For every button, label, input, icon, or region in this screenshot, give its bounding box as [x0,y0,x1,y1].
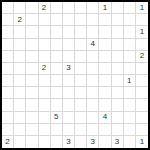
empty-cell-r8c4[interactable] [51,99,63,111]
empty-cell-r8c0[interactable] [2,99,14,111]
empty-cell-r4c9[interactable] [112,51,124,63]
empty-cell-r4c0[interactable] [2,51,14,63]
empty-cell-r9c5[interactable] [63,112,75,124]
clue-cell-r4c11: 2 [136,51,148,63]
empty-cell-r2c0[interactable] [2,26,14,38]
empty-cell-r8c2[interactable] [26,99,38,111]
clue-cell-r2c11: 1 [136,26,148,38]
empty-cell-r3c6[interactable] [75,39,87,51]
empty-cell-r9c9[interactable] [112,112,124,124]
empty-cell-r8c9[interactable] [112,99,124,111]
empty-cell-r6c5[interactable] [63,75,75,87]
empty-cell-r0c5[interactable] [63,2,75,14]
empty-cell-r7c6[interactable] [75,87,87,99]
clue-cell-r3c7: 4 [87,39,99,51]
empty-cell-r7c11[interactable] [136,87,148,99]
empty-cell-r10c8[interactable] [99,124,111,136]
empty-cell-r7c4[interactable] [51,87,63,99]
empty-cell-r0c9[interactable] [112,2,124,14]
clue-cell-r0c11: 1 [136,2,148,14]
empty-cell-r7c3[interactable] [39,87,51,99]
empty-cell-r1c11[interactable] [136,14,148,26]
empty-cell-r9c3[interactable] [39,112,51,124]
empty-cell-r8c5[interactable] [63,99,75,111]
empty-cell-r6c2[interactable] [26,75,38,87]
empty-cell-r0c2[interactable] [26,2,38,14]
empty-cell-r5c0[interactable] [2,63,14,75]
empty-cell-r0c10[interactable] [124,2,136,14]
clue-cell-r11c9: 3 [112,136,124,148]
empty-cell-r5c11[interactable] [136,63,148,75]
empty-cell-r11c2[interactable] [26,136,38,148]
empty-cell-r7c10[interactable] [124,87,136,99]
empty-cell-r1c8[interactable] [99,14,111,26]
empty-cell-r7c7[interactable] [87,87,99,99]
empty-cell-r11c3[interactable] [39,136,51,148]
empty-cell-r7c9[interactable] [112,87,124,99]
empty-cell-r11c8[interactable] [99,136,111,148]
empty-cell-r8c8[interactable] [99,99,111,111]
empty-cell-r4c5[interactable] [63,51,75,63]
clue-cell-r9c8: 4 [99,112,111,124]
empty-cell-r1c7[interactable] [87,14,99,26]
empty-cell-r3c5[interactable] [63,39,75,51]
empty-cell-r10c1[interactable] [14,124,26,136]
empty-cell-r6c9[interactable] [112,75,124,87]
empty-cell-r5c10[interactable] [124,63,136,75]
empty-cell-r11c6[interactable] [75,136,87,148]
clue-cell-r1c1: 2 [14,14,26,26]
empty-cell-r3c0[interactable] [2,39,14,51]
empty-cell-r1c10[interactable] [124,14,136,26]
empty-cell-r6c0[interactable] [2,75,14,87]
empty-cell-r3c8[interactable] [99,39,111,51]
empty-cell-r8c6[interactable] [75,99,87,111]
empty-cell-r7c2[interactable] [26,87,38,99]
empty-cell-r6c4[interactable] [51,75,63,87]
empty-cell-r0c7[interactable] [87,2,99,14]
empty-cell-r4c6[interactable] [75,51,87,63]
empty-cell-r8c1[interactable] [14,99,26,111]
empty-cell-r1c3[interactable] [39,14,51,26]
empty-cell-r0c1[interactable] [14,2,26,14]
empty-cell-r9c2[interactable] [26,112,38,124]
clue-cell-r5c3: 2 [39,63,51,75]
empty-cell-r9c11[interactable] [136,112,148,124]
empty-cell-r2c4[interactable] [51,26,63,38]
empty-cell-r6c11[interactable] [136,75,148,87]
empty-cell-r10c2[interactable] [26,124,38,136]
empty-cell-r9c7[interactable] [87,112,99,124]
empty-cell-r4c2[interactable] [26,51,38,63]
empty-cell-r10c6[interactable] [75,124,87,136]
empty-cell-r5c7[interactable] [87,63,99,75]
empty-cell-r1c0[interactable] [2,14,14,26]
empty-cell-r4c1[interactable] [14,51,26,63]
empty-cell-r1c6[interactable] [75,14,87,26]
empty-cell-r3c3[interactable] [39,39,51,51]
puzzle-board: 21121422315423331 [0,0,150,150]
empty-cell-r2c7[interactable] [87,26,99,38]
empty-cell-r5c1[interactable] [14,63,26,75]
clue-cell-r11c11: 1 [136,136,148,148]
empty-cell-r7c5[interactable] [63,87,75,99]
empty-cell-r0c6[interactable] [75,2,87,14]
clue-cell-r6c10: 1 [124,75,136,87]
empty-cell-r11c10[interactable] [124,136,136,148]
empty-cell-r10c10[interactable] [124,124,136,136]
empty-cell-r3c4[interactable] [51,39,63,51]
empty-cell-r7c0[interactable] [2,87,14,99]
empty-cell-r7c8[interactable] [99,87,111,99]
empty-cell-r8c3[interactable] [39,99,51,111]
empty-cell-r5c6[interactable] [75,63,87,75]
clue-cell-r11c7: 3 [87,136,99,148]
empty-cell-r10c3[interactable] [39,124,51,136]
empty-cell-r9c1[interactable] [14,112,26,124]
empty-cell-r3c10[interactable] [124,39,136,51]
empty-cell-r10c7[interactable] [87,124,99,136]
empty-cell-r4c8[interactable] [99,51,111,63]
empty-cell-r4c4[interactable] [51,51,63,63]
empty-cell-r8c7[interactable] [87,99,99,111]
empty-cell-r2c6[interactable] [75,26,87,38]
empty-cell-r6c6[interactable] [75,75,87,87]
empty-cell-r2c3[interactable] [39,26,51,38]
empty-cell-r2c10[interactable] [124,26,136,38]
empty-cell-r3c11[interactable] [136,39,148,51]
empty-cell-r0c4[interactable] [51,2,63,14]
empty-cell-r10c5[interactable] [63,124,75,136]
clue-cell-r11c5: 3 [63,136,75,148]
empty-cell-r2c9[interactable] [112,26,124,38]
empty-cell-r5c4[interactable] [51,63,63,75]
empty-cell-r3c1[interactable] [14,39,26,51]
empty-cell-r9c0[interactable] [2,112,14,124]
empty-cell-r8c10[interactable] [124,99,136,111]
clue-cell-r11c0: 2 [2,136,14,148]
empty-cell-r2c2[interactable] [26,26,38,38]
empty-cell-r1c9[interactable] [112,14,124,26]
empty-cell-r5c8[interactable] [99,63,111,75]
empty-cell-r6c1[interactable] [14,75,26,87]
empty-cell-r6c3[interactable] [39,75,51,87]
empty-cell-r3c2[interactable] [26,39,38,51]
empty-cell-r9c6[interactable] [75,112,87,124]
empty-cell-r11c1[interactable] [14,136,26,148]
puzzle-screenshot: 21121422315423331 [0,0,150,150]
clue-cell-r5c5: 3 [63,63,75,75]
empty-cell-r10c9[interactable] [112,124,124,136]
empty-cell-r4c7[interactable] [87,51,99,63]
empty-cell-r3c9[interactable] [112,39,124,51]
empty-cell-r0c0[interactable] [2,2,14,14]
clue-cell-r9c4: 5 [51,112,63,124]
empty-cell-r2c8[interactable] [99,26,111,38]
empty-cell-r7c1[interactable] [14,87,26,99]
empty-cell-r9c10[interactable] [124,112,136,124]
empty-cell-r8c11[interactable] [136,99,148,111]
empty-cell-r5c9[interactable] [112,63,124,75]
empty-cell-r2c5[interactable] [63,26,75,38]
empty-cell-r1c2[interactable] [26,14,38,26]
empty-cell-r10c4[interactable] [51,124,63,136]
empty-cell-r10c11[interactable] [136,124,148,136]
empty-cell-r1c5[interactable] [63,14,75,26]
empty-cell-r6c7[interactable] [87,75,99,87]
empty-cell-r4c10[interactable] [124,51,136,63]
empty-cell-r1c4[interactable] [51,14,63,26]
empty-cell-r6c8[interactable] [99,75,111,87]
empty-cell-r11c4[interactable] [51,136,63,148]
empty-cell-r4c3[interactable] [39,51,51,63]
clue-cell-r0c8: 1 [99,2,111,14]
empty-cell-r2c1[interactable] [14,26,26,38]
empty-cell-r10c0[interactable] [2,124,14,136]
empty-cell-r5c2[interactable] [26,63,38,75]
clue-cell-r0c3: 2 [39,2,51,14]
